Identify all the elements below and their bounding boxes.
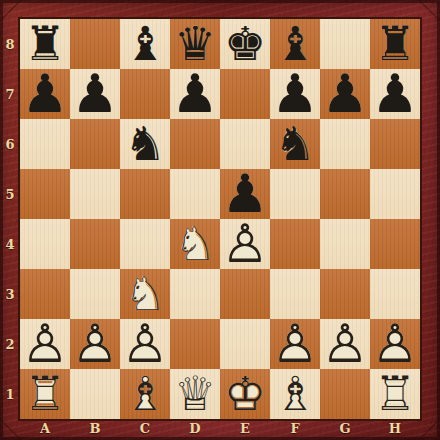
square-e3[interactable] <box>220 269 270 319</box>
square-h5[interactable] <box>370 169 420 219</box>
white-king[interactable]: ♚♔ <box>220 369 270 419</box>
rook-glyph-detail: ♖ <box>370 369 420 419</box>
square-b5[interactable] <box>70 169 120 219</box>
knight-glyph-detail: ♞ <box>270 119 320 169</box>
square-f4[interactable] <box>270 219 320 269</box>
square-g3[interactable] <box>320 269 370 319</box>
file-label-f: F <box>270 419 320 440</box>
white-bishop[interactable]: ♝♗ <box>270 369 320 419</box>
square-c4[interactable] <box>120 219 170 269</box>
bishop-glyph-detail: ♝ <box>120 19 170 69</box>
square-d2[interactable] <box>170 319 220 369</box>
file-label-a: A <box>20 419 70 440</box>
white-pawn[interactable]: ♟♙ <box>70 319 120 369</box>
square-a8[interactable]: ♖♜ <box>20 19 70 69</box>
rank-label-7: 7 <box>0 69 20 119</box>
file-label-b: B <box>70 419 120 440</box>
square-f2[interactable]: ♟♙ <box>270 319 320 369</box>
black-pawn[interactable]: ♙♟ <box>20 69 70 119</box>
square-h6[interactable] <box>370 119 420 169</box>
square-c7[interactable] <box>120 69 170 119</box>
black-knight[interactable]: ♘♞ <box>120 119 170 169</box>
square-b6[interactable] <box>70 119 120 169</box>
file-label-g: G <box>320 419 370 440</box>
pawn-glyph-detail: ♟ <box>270 69 320 119</box>
white-knight[interactable]: ♞♘ <box>120 269 170 319</box>
bishop-glyph-detail: ♗ <box>270 369 320 419</box>
pawn-glyph-detail: ♙ <box>220 219 270 269</box>
black-pawn[interactable]: ♙♟ <box>70 69 120 119</box>
square-d1[interactable]: ♛♕ <box>170 369 220 419</box>
file-label-c: C <box>120 419 170 440</box>
black-queen[interactable]: ♕♛ <box>170 19 220 69</box>
rank-labels: 8 7 6 5 4 3 2 1 <box>0 19 20 419</box>
black-pawn[interactable]: ♙♟ <box>270 69 320 119</box>
knight-glyph-detail: ♘ <box>120 269 170 319</box>
pawn-glyph-detail: ♟ <box>370 69 420 119</box>
square-g7[interactable]: ♙♟ <box>320 69 370 119</box>
square-f6[interactable]: ♘♞ <box>270 119 320 169</box>
square-g8[interactable] <box>320 19 370 69</box>
pawn-glyph-detail: ♟ <box>70 69 120 119</box>
square-b2[interactable]: ♟♙ <box>70 319 120 369</box>
square-e6[interactable] <box>220 119 270 169</box>
square-e5[interactable]: ♙♟ <box>220 169 270 219</box>
pawn-glyph-detail: ♙ <box>120 319 170 369</box>
square-g1[interactable] <box>320 369 370 419</box>
pawn-glyph-detail: ♟ <box>170 69 220 119</box>
white-rook[interactable]: ♜♖ <box>370 369 420 419</box>
black-knight[interactable]: ♘♞ <box>270 119 320 169</box>
square-a5[interactable] <box>20 169 70 219</box>
black-bishop[interactable]: ♗♝ <box>270 19 320 69</box>
white-pawn[interactable]: ♟♙ <box>320 319 370 369</box>
pawn-glyph-detail: ♙ <box>270 319 320 369</box>
square-d5[interactable] <box>170 169 220 219</box>
square-c1[interactable]: ♝♗ <box>120 369 170 419</box>
square-g5[interactable] <box>320 169 370 219</box>
white-pawn[interactable]: ♟♙ <box>120 319 170 369</box>
pawn-glyph-detail: ♙ <box>70 319 120 369</box>
board-frame: 8 7 6 5 4 3 2 1 ♖♜♗♝♕♛♔♚♗♝♖♜♙♟♙♟♙♟♙♟♙♟♙♟… <box>0 0 440 440</box>
square-d8[interactable]: ♕♛ <box>170 19 220 69</box>
black-king[interactable]: ♔♚ <box>220 19 270 69</box>
square-h7[interactable]: ♙♟ <box>370 69 420 119</box>
square-e2[interactable] <box>220 319 270 369</box>
pawn-glyph-detail: ♟ <box>20 69 70 119</box>
square-c8[interactable]: ♗♝ <box>120 19 170 69</box>
pawn-glyph-detail: ♟ <box>320 69 370 119</box>
square-b3[interactable] <box>70 269 120 319</box>
black-pawn[interactable]: ♙♟ <box>320 69 370 119</box>
square-h2[interactable]: ♟♙ <box>370 319 420 369</box>
rank-label-6: 6 <box>0 119 20 169</box>
black-bishop[interactable]: ♗♝ <box>120 19 170 69</box>
square-f8[interactable]: ♗♝ <box>270 19 320 69</box>
square-e1[interactable]: ♚♔ <box>220 369 270 419</box>
square-f7[interactable]: ♙♟ <box>270 69 320 119</box>
white-queen[interactable]: ♛♕ <box>170 369 220 419</box>
file-labels: A B C D E F G H <box>20 419 420 440</box>
rook-glyph-detail: ♜ <box>370 19 420 69</box>
white-rook[interactable]: ♜♖ <box>20 369 70 419</box>
square-d7[interactable]: ♙♟ <box>170 69 220 119</box>
rank-label-2: 2 <box>0 319 20 369</box>
white-pawn[interactable]: ♟♙ <box>20 319 70 369</box>
square-h3[interactable] <box>370 269 420 319</box>
black-rook[interactable]: ♖♜ <box>20 19 70 69</box>
square-c6[interactable]: ♘♞ <box>120 119 170 169</box>
bishop-glyph-detail: ♝ <box>270 19 320 69</box>
square-a4[interactable] <box>20 219 70 269</box>
rook-glyph-detail: ♖ <box>20 369 70 419</box>
pawn-glyph-detail: ♙ <box>320 319 370 369</box>
square-b1[interactable] <box>70 369 120 419</box>
square-d4[interactable]: ♞♘ <box>170 219 220 269</box>
pawn-glyph-detail: ♟ <box>220 169 270 219</box>
square-g4[interactable] <box>320 219 370 269</box>
file-label-h: H <box>370 419 420 440</box>
square-f3[interactable] <box>270 269 320 319</box>
knight-glyph-detail: ♞ <box>120 119 170 169</box>
queen-glyph-detail: ♛ <box>170 19 220 69</box>
square-g6[interactable] <box>320 119 370 169</box>
square-f5[interactable] <box>270 169 320 219</box>
white-bishop[interactable]: ♝♗ <box>120 369 170 419</box>
square-b4[interactable] <box>70 219 120 269</box>
white-pawn[interactable]: ♟♙ <box>270 319 320 369</box>
square-a6[interactable] <box>20 119 70 169</box>
square-a2[interactable]: ♟♙ <box>20 319 70 369</box>
square-h1[interactable]: ♜♖ <box>370 369 420 419</box>
square-c3[interactable]: ♞♘ <box>120 269 170 319</box>
black-pawn[interactable]: ♙♟ <box>220 169 270 219</box>
queen-glyph-detail: ♕ <box>170 369 220 419</box>
file-label-d: D <box>170 419 220 440</box>
square-f1[interactable]: ♝♗ <box>270 369 320 419</box>
king-glyph-detail: ♚ <box>220 19 270 69</box>
square-a7[interactable]: ♙♟ <box>20 69 70 119</box>
rook-glyph-detail: ♜ <box>20 19 70 69</box>
white-pawn[interactable]: ♟♙ <box>370 319 420 369</box>
black-rook[interactable]: ♖♜ <box>370 19 420 69</box>
square-b8[interactable] <box>70 19 120 69</box>
square-d3[interactable] <box>170 269 220 319</box>
square-a3[interactable] <box>20 269 70 319</box>
pawn-glyph-detail: ♙ <box>20 319 70 369</box>
square-e4[interactable]: ♟♙ <box>220 219 270 269</box>
square-h8[interactable]: ♖♜ <box>370 19 420 69</box>
rank-label-8: 8 <box>0 19 20 69</box>
square-c5[interactable] <box>120 169 170 219</box>
black-pawn[interactable]: ♙♟ <box>370 69 420 119</box>
file-label-e: E <box>220 419 270 440</box>
square-h4[interactable] <box>370 219 420 269</box>
rank-label-3: 3 <box>0 269 20 319</box>
black-pawn[interactable]: ♙♟ <box>170 69 220 119</box>
knight-glyph-detail: ♘ <box>170 219 220 269</box>
square-b7[interactable]: ♙♟ <box>70 69 120 119</box>
white-pawn[interactable]: ♟♙ <box>220 219 270 269</box>
square-e8[interactable]: ♔♚ <box>220 19 270 69</box>
king-glyph-detail: ♔ <box>220 369 270 419</box>
rank-label-1: 1 <box>0 369 20 419</box>
square-a1[interactable]: ♜♖ <box>20 369 70 419</box>
square-e7[interactable] <box>220 69 270 119</box>
chess-board: ♖♜♗♝♕♛♔♚♗♝♖♜♙♟♙♟♙♟♙♟♙♟♙♟♘♞♘♞♙♟♞♘♟♙♞♘♟♙♟♙… <box>20 19 420 419</box>
rank-label-5: 5 <box>0 169 20 219</box>
pawn-glyph-detail: ♙ <box>370 319 420 369</box>
white-knight[interactable]: ♞♘ <box>170 219 220 269</box>
square-d6[interactable] <box>170 119 220 169</box>
bishop-glyph-detail: ♗ <box>120 369 170 419</box>
square-c2[interactable]: ♟♙ <box>120 319 170 369</box>
rank-label-4: 4 <box>0 219 20 269</box>
square-g2[interactable]: ♟♙ <box>320 319 370 369</box>
